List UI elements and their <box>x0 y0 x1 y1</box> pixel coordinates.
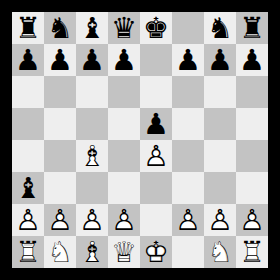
square-d7[interactable]: ♟ <box>108 44 140 76</box>
square-e2[interactable] <box>140 204 172 236</box>
piece-white-knight[interactable]: ♞♘ <box>44 236 76 268</box>
square-h8[interactable]: ♜ <box>236 12 268 44</box>
square-g4[interactable] <box>204 140 236 172</box>
piece-white-bishop[interactable]: ♝♗ <box>76 140 108 172</box>
square-d4[interactable] <box>108 140 140 172</box>
square-c8[interactable]: ♝ <box>76 12 108 44</box>
piece-solid-glyph: ♟ <box>140 108 172 140</box>
square-f5[interactable] <box>172 108 204 140</box>
square-a2[interactable]: ♟♙ <box>12 204 44 236</box>
piece-solid-glyph: ♜ <box>12 12 44 44</box>
piece-white-pawn[interactable]: ♟♙ <box>12 204 44 236</box>
square-h3[interactable] <box>236 172 268 204</box>
piece-solid-glyph: ♟ <box>44 44 76 76</box>
piece-black-pawn[interactable]: ♟ <box>204 44 236 76</box>
square-g3[interactable] <box>204 172 236 204</box>
square-d8[interactable]: ♛ <box>108 12 140 44</box>
piece-solid-glyph: ♛ <box>108 12 140 44</box>
piece-outline-glyph: ♙ <box>44 204 76 236</box>
piece-black-pawn[interactable]: ♟ <box>236 44 268 76</box>
piece-black-pawn[interactable]: ♟ <box>108 44 140 76</box>
square-g6[interactable] <box>204 76 236 108</box>
square-c7[interactable]: ♟ <box>76 44 108 76</box>
square-b4[interactable] <box>44 140 76 172</box>
square-g7[interactable]: ♟ <box>204 44 236 76</box>
piece-outline-glyph: ♔ <box>140 236 172 268</box>
square-f6[interactable] <box>172 76 204 108</box>
square-d5[interactable] <box>108 108 140 140</box>
piece-outline-glyph: ♘ <box>204 236 236 268</box>
square-d6[interactable] <box>108 76 140 108</box>
square-h5[interactable] <box>236 108 268 140</box>
piece-outline-glyph: ♖ <box>236 236 268 268</box>
piece-solid-glyph: ♝ <box>12 172 44 204</box>
piece-white-pawn[interactable]: ♟♙ <box>76 204 108 236</box>
piece-black-pawn[interactable]: ♟ <box>76 44 108 76</box>
square-g5[interactable] <box>204 108 236 140</box>
piece-white-queen[interactable]: ♛♕ <box>108 236 140 268</box>
piece-black-pawn[interactable]: ♟ <box>140 108 172 140</box>
square-g2[interactable]: ♟♙ <box>204 204 236 236</box>
piece-outline-glyph: ♗ <box>76 236 108 268</box>
piece-outline-glyph: ♙ <box>204 204 236 236</box>
piece-white-pawn[interactable]: ♟♙ <box>236 204 268 236</box>
piece-white-rook[interactable]: ♜♖ <box>12 236 44 268</box>
piece-black-queen[interactable]: ♛ <box>108 12 140 44</box>
piece-outline-glyph: ♗ <box>76 140 108 172</box>
square-c4[interactable]: ♝♗ <box>76 140 108 172</box>
piece-outline-glyph: ♙ <box>108 204 140 236</box>
piece-outline-glyph: ♖ <box>12 236 44 268</box>
piece-outline-glyph: ♕ <box>108 236 140 268</box>
piece-outline-glyph: ♘ <box>44 236 76 268</box>
square-d1[interactable]: ♛♕ <box>108 236 140 268</box>
piece-solid-glyph: ♞ <box>44 12 76 44</box>
piece-solid-glyph: ♝ <box>76 12 108 44</box>
chess-board: ♜♞♝♛♚♞♜♟♟♟♟♟♟♟♟♝♗♟♙♝♟♙♟♙♟♙♟♙♟♙♟♙♟♙♜♖♞♘♝♗… <box>12 12 268 268</box>
piece-solid-glyph: ♟ <box>76 44 108 76</box>
piece-white-pawn[interactable]: ♟♙ <box>140 140 172 172</box>
square-a4[interactable] <box>12 140 44 172</box>
piece-outline-glyph: ♙ <box>236 204 268 236</box>
piece-white-bishop[interactable]: ♝♗ <box>76 236 108 268</box>
square-a1[interactable]: ♜♖ <box>12 236 44 268</box>
square-f4[interactable] <box>172 140 204 172</box>
piece-outline-glyph: ♙ <box>140 140 172 172</box>
piece-black-king[interactable]: ♚ <box>140 12 172 44</box>
square-e6[interactable] <box>140 76 172 108</box>
square-e4[interactable]: ♟♙ <box>140 140 172 172</box>
piece-white-rook[interactable]: ♜♖ <box>236 236 268 268</box>
piece-solid-glyph: ♚ <box>140 12 172 44</box>
piece-white-pawn[interactable]: ♟♙ <box>44 204 76 236</box>
piece-white-king[interactable]: ♚♔ <box>140 236 172 268</box>
square-b1[interactable]: ♞♘ <box>44 236 76 268</box>
chess-board-frame: ♜♞♝♛♚♞♜♟♟♟♟♟♟♟♟♝♗♟♙♝♟♙♟♙♟♙♟♙♟♙♟♙♟♙♜♖♞♘♝♗… <box>0 0 280 280</box>
square-a5[interactable] <box>12 108 44 140</box>
square-f3[interactable] <box>172 172 204 204</box>
piece-solid-glyph: ♞ <box>204 12 236 44</box>
square-h4[interactable] <box>236 140 268 172</box>
square-b3[interactable] <box>44 172 76 204</box>
square-b8[interactable]: ♞ <box>44 12 76 44</box>
square-h6[interactable] <box>236 76 268 108</box>
piece-black-pawn[interactable]: ♟ <box>12 44 44 76</box>
square-b2[interactable]: ♟♙ <box>44 204 76 236</box>
square-f8[interactable] <box>172 12 204 44</box>
square-f2[interactable]: ♟♙ <box>172 204 204 236</box>
square-g8[interactable]: ♞ <box>204 12 236 44</box>
piece-black-pawn[interactable]: ♟ <box>172 44 204 76</box>
piece-black-rook[interactable]: ♜ <box>12 12 44 44</box>
piece-solid-glyph: ♟ <box>108 44 140 76</box>
piece-white-pawn[interactable]: ♟♙ <box>172 204 204 236</box>
piece-solid-glyph: ♟ <box>172 44 204 76</box>
square-b5[interactable] <box>44 108 76 140</box>
square-h2[interactable]: ♟♙ <box>236 204 268 236</box>
square-h7[interactable]: ♟ <box>236 44 268 76</box>
square-c5[interactable] <box>76 108 108 140</box>
square-c3[interactable] <box>76 172 108 204</box>
square-b7[interactable]: ♟ <box>44 44 76 76</box>
square-h1[interactable]: ♜♖ <box>236 236 268 268</box>
square-a8[interactable]: ♜ <box>12 12 44 44</box>
piece-black-pawn[interactable]: ♟ <box>44 44 76 76</box>
square-c2[interactable]: ♟♙ <box>76 204 108 236</box>
square-e1[interactable]: ♚♔ <box>140 236 172 268</box>
square-d3[interactable] <box>108 172 140 204</box>
square-a3[interactable]: ♝ <box>12 172 44 204</box>
piece-black-bishop[interactable]: ♝ <box>12 172 44 204</box>
piece-black-rook[interactable]: ♜ <box>236 12 268 44</box>
piece-white-pawn[interactable]: ♟♙ <box>204 204 236 236</box>
piece-white-pawn[interactable]: ♟♙ <box>108 204 140 236</box>
square-e3[interactable] <box>140 172 172 204</box>
piece-outline-glyph: ♙ <box>12 204 44 236</box>
square-e8[interactable]: ♚ <box>140 12 172 44</box>
piece-black-knight[interactable]: ♞ <box>44 12 76 44</box>
square-c6[interactable] <box>76 76 108 108</box>
piece-white-knight[interactable]: ♞♘ <box>204 236 236 268</box>
piece-outline-glyph: ♙ <box>76 204 108 236</box>
square-a7[interactable]: ♟ <box>12 44 44 76</box>
piece-solid-glyph: ♟ <box>236 44 268 76</box>
square-c1[interactable]: ♝♗ <box>76 236 108 268</box>
piece-solid-glyph: ♟ <box>12 44 44 76</box>
square-d2[interactable]: ♟♙ <box>108 204 140 236</box>
square-b6[interactable] <box>44 76 76 108</box>
piece-black-knight[interactable]: ♞ <box>204 12 236 44</box>
square-f7[interactable]: ♟ <box>172 44 204 76</box>
piece-outline-glyph: ♙ <box>172 204 204 236</box>
piece-solid-glyph: ♜ <box>236 12 268 44</box>
square-e5[interactable]: ♟ <box>140 108 172 140</box>
square-g1[interactable]: ♞♘ <box>204 236 236 268</box>
square-e7[interactable] <box>140 44 172 76</box>
piece-black-bishop[interactable]: ♝ <box>76 12 108 44</box>
square-a6[interactable] <box>12 76 44 108</box>
square-f1[interactable] <box>172 236 204 268</box>
piece-solid-glyph: ♟ <box>204 44 236 76</box>
